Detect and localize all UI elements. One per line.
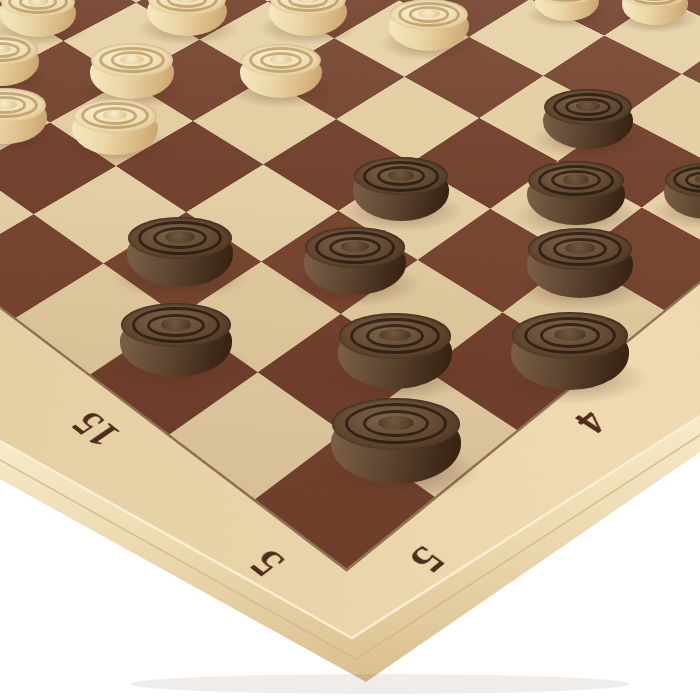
checker-dark-sq5[interactable] <box>331 398 461 484</box>
piece-top-face <box>73 99 157 133</box>
piece-top-face <box>544 89 632 125</box>
piece-ring-outer <box>542 0 592 2</box>
piece-top-face <box>339 313 451 358</box>
checker-dark-sq4[interactable] <box>511 312 629 390</box>
checker-dark-sq14[interactable] <box>304 227 406 294</box>
piece-center-boss <box>563 174 590 185</box>
checker-dark-sq8[interactable] <box>664 163 700 220</box>
piece-center-boss <box>120 55 143 64</box>
piece-center-boss <box>554 328 586 341</box>
checker-light-sq38[interactable] <box>269 0 347 36</box>
checker-dark-sq20[interactable] <box>127 217 233 287</box>
checker-light-sq36[interactable] <box>535 0 599 21</box>
checker-light-sq29[interactable] <box>72 99 158 156</box>
piece-center-boss <box>379 329 410 342</box>
checker-light-sq33[interactable] <box>240 44 322 98</box>
piece-top-face <box>528 161 624 200</box>
checker-light-sq39[interactable] <box>147 0 227 36</box>
checker-light-sq31[interactable] <box>622 0 688 25</box>
checker-dark-sq18[interactable] <box>543 89 633 148</box>
checker-light-sq40[interactable] <box>0 0 76 37</box>
checker-dark-sq10[interactable] <box>338 313 452 388</box>
piece-top-face <box>128 217 232 259</box>
checker-light-sq34[interactable] <box>90 43 174 98</box>
piece-center-boss <box>165 231 194 243</box>
pieces-layer <box>0 0 700 700</box>
piece-center-boss <box>161 318 192 330</box>
checker-light-sq30[interactable] <box>0 88 47 143</box>
piece-center-boss <box>388 170 414 181</box>
checker-light-sq32[interactable] <box>389 0 469 51</box>
piece-center-boss <box>378 416 414 430</box>
piece-center-boss <box>565 242 594 254</box>
checker-dark-sq13[interactable] <box>527 161 625 226</box>
piece-top-face <box>305 227 405 267</box>
piece-center-boss <box>103 110 127 120</box>
piece-center-boss <box>0 100 17 109</box>
piece-top-face <box>91 43 173 76</box>
photo-scene: 15 5 5 4 <box>0 0 700 700</box>
checker-dark-sq9[interactable] <box>527 228 633 298</box>
piece-top-face <box>512 312 628 359</box>
piece-top-face <box>332 398 459 449</box>
checker-dark-sq15[interactable] <box>120 303 232 377</box>
piece-top-face <box>528 228 632 270</box>
checker-light-sq35[interactable] <box>0 34 39 85</box>
piece-top-face <box>121 303 231 347</box>
checker-dark-sq19[interactable] <box>353 157 449 220</box>
